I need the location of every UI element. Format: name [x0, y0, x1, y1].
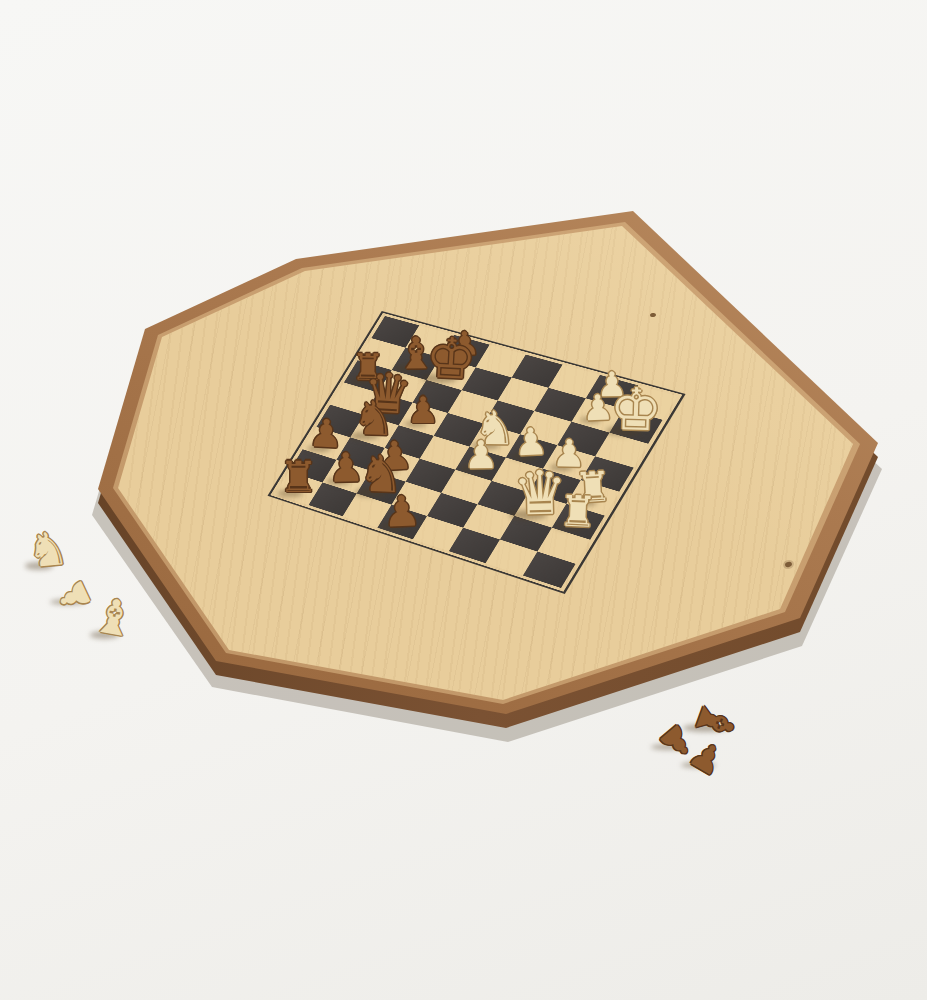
piece-dark-pawn-e6[interactable]: ♟: [407, 393, 440, 430]
piece-light-pawn[interactable]: ♟: [51, 573, 98, 618]
scene: ♜♟♜♟♞♛♝♞♟♟♚♟♟♞♟♟♛♟♟♟♜♜♚ ♞♟♝♝♟♟: [0, 0, 927, 1000]
piece-light-bishop[interactable]: ♝: [89, 590, 140, 645]
piece-light-pawn-d4[interactable]: ♟: [463, 435, 498, 474]
piece-light-rook-c1[interactable]: ♜: [558, 489, 598, 533]
piece-light-knight[interactable]: ♞: [25, 525, 70, 574]
piece-dark-pawn-a5[interactable]: ♟: [382, 490, 421, 534]
piece-light-king-g1[interactable]: ♚: [609, 380, 663, 440]
piece-dark-rook-a8[interactable]: ♜: [279, 456, 318, 499]
piece-dark-king-g6[interactable]: ♚: [424, 329, 477, 388]
piece-light-pawn-e3[interactable]: ♟: [514, 424, 549, 463]
